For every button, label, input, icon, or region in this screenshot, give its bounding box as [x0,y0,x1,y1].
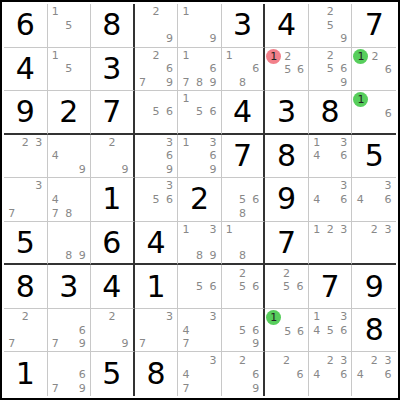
candidate-slot-8 [193,337,207,351]
candidate-digit: 2 [327,224,334,235]
cell-r6c3[interactable]: 6 [91,222,135,266]
candidate-slot-6 [337,19,351,33]
candidate-digit: 8 [65,250,72,261]
cell-r8c1[interactable]: 27 [4,309,48,353]
cell-r4c7[interactable]: 8 [265,135,309,179]
cell-r3c9[interactable]: 16 [352,91,396,135]
cell-r9c1[interactable]: 1 [4,352,48,396]
candidate-slot-2 [323,179,337,193]
cell-r6c7[interactable]: 7 [265,222,309,266]
candidate-slot-1 [92,310,105,324]
candidate-digit: 3 [385,180,392,191]
cell-r3c7[interactable]: 3 [265,91,309,135]
candidate-slot-6: 6 [206,280,220,294]
cell-r2c3[interactable]: 3 [91,48,135,92]
candidate-digit: 6 [210,63,217,74]
candidate-slot-2: 2 [323,5,337,19]
candidate-slot-7: 7 [5,206,19,220]
cell-r3c8[interactable]: 8 [309,91,353,135]
candidate-slot-2: 2 [105,310,118,324]
candidate-slot-8 [105,337,118,351]
candidate-digit: 4 [52,150,59,161]
candidate-digit: 4 [313,369,320,380]
candidate-digit: 6 [340,63,347,74]
cell-r4c3[interactable]: 29 [91,135,135,179]
candidate-digit: 7 [8,338,15,349]
candidate-digit: 2 [22,137,29,148]
candidate-slot-4 [223,236,236,249]
candidate-slot-2: 2 [19,136,33,150]
candidate-digit: 9 [79,164,86,175]
solved-digit: 4 [277,10,296,40]
candidates-grid: 256 [265,265,308,308]
cell-r9c2[interactable]: 679 [48,352,92,396]
cell-r6c4[interactable]: 4 [135,222,179,266]
cell-r6c6[interactable]: 18 [222,222,266,266]
cell-r8c6[interactable]: 569 [222,309,266,353]
candidate-slot-4: 4 [310,149,324,163]
candidate-slot-9 [163,206,177,220]
candidate-slot-1: 1 [310,223,324,236]
candidate-slot-9 [337,206,351,220]
cell-r5c5[interactable]: 2 [178,178,222,222]
candidate-slot-2 [149,179,163,193]
candidate-digit: 4 [313,150,320,161]
candidate-digit: 4 [182,325,189,336]
candidate-slot-7 [223,249,236,262]
cell-r5c1[interactable]: 37 [4,178,48,222]
cell-r1c6[interactable]: 3 [222,4,266,48]
candidate-digit: 3 [340,224,347,235]
candidates-grid: 2679 [135,48,178,91]
candidate-slot-4 [179,62,193,76]
candidate-slot-7 [49,163,63,177]
candidate-slot-3 [118,136,131,150]
candidate-slot-7 [353,119,368,131]
candidate-slot-2 [62,223,76,236]
candidate-slot-9: 9 [337,32,351,46]
cell-r4c9[interactable]: 5 [352,135,396,179]
candidate-slot-3 [76,136,90,150]
candidate-slot-3 [382,49,395,64]
candidate-slot-8 [149,163,163,177]
cell-r7c8[interactable]: 7 [309,265,353,309]
solved-digit: 7 [102,97,121,127]
candidate-slot-4 [5,323,19,337]
candidate-slot-1 [310,5,324,19]
candidate-slot-2: 2 [367,353,381,367]
candidate-slot-3: 3 [163,179,177,193]
candidate-slot-4: 4 [310,323,324,337]
solved-digit: 8 [365,315,384,345]
candidate-slot-5 [193,236,207,249]
candidate-digit: 2 [371,355,378,366]
candidate-digit: 5 [284,64,291,75]
cell-r8c2[interactable]: 679 [48,309,92,353]
candidates-grid: 56 [135,91,178,133]
cell-r6c1[interactable]: 5 [4,222,48,266]
candidate-digit: 5 [196,281,203,292]
candidate-digit: 4 [313,194,320,205]
candidate-slot-9 [249,76,262,90]
candidate-digit: 7 [139,77,146,88]
solved-digit: 5 [16,228,35,258]
candidate-slot-9 [32,206,46,220]
candidate-digit: 5 [239,281,246,292]
candidate-slot-2 [193,353,207,367]
candidate-slot-3 [76,223,90,236]
candidate-slot-3 [293,353,307,367]
cell-r3c6[interactable]: 4 [222,91,266,135]
cell-r2c8[interactable]: 2569 [309,48,353,92]
candidate-digit: 3 [385,355,392,366]
candidate-slot-6: 6 [206,62,220,76]
candidate-slot-6: 6 [206,149,220,163]
cell-r6c9[interactable]: 23 [352,222,396,266]
cell-r2c4[interactable]: 2679 [135,48,179,92]
cell-r6c2[interactable]: 89 [48,222,92,266]
cell-r1c9[interactable]: 7 [352,4,396,48]
cell-r5c7[interactable]: 9 [265,178,309,222]
candidate-digit: 6 [297,326,304,337]
cell-r3c3[interactable]: 7 [91,91,135,135]
candidate-slot-2 [193,136,207,150]
candidate-slot-3: 3 [206,223,220,236]
candidates-grid: 16 [352,91,396,133]
cell-r6c5[interactable]: 1389 [178,222,222,266]
candidate-slot-8: 8 [236,249,249,262]
candidate-slot-9: 9 [206,163,220,177]
candidate-slot-9: 9 [163,76,177,90]
solved-digit: 1 [16,359,35,389]
candidate-digit: 9 [210,77,217,88]
candidate-slot-4 [179,105,193,118]
candidate-digit: 6 [385,194,392,205]
candidate-slot-6: 6 [249,193,262,207]
candidate-slot-8: 8 [236,206,249,220]
candidate-slot-6 [76,193,90,207]
candidate-slot-4 [136,193,150,207]
candidates-grid: 37 [4,178,47,221]
candidate-slot-1: 1 [179,92,193,105]
candidate-slot-8 [193,293,207,307]
candidate-slot-6 [76,62,90,76]
candidate-slot-2: 2 [105,136,118,150]
candidate-slot-7: 7 [49,381,63,395]
candidate-slot-4 [353,107,368,119]
candidate-slot-4 [310,19,324,33]
candidate-slot-6: 6 [382,107,395,119]
candidate-slot-3: 3 [206,136,220,150]
candidate-slot-4: 4 [310,193,324,207]
candidate-slot-6: 6 [249,62,262,76]
cell-r5c6[interactable]: 568 [222,178,266,222]
candidate-digit: 9 [122,338,129,349]
candidate-slot-5 [323,193,337,207]
cell-r4c6[interactable]: 7 [222,135,266,179]
candidate-slot-8 [280,381,294,395]
cell-r9c6[interactable]: 269 [222,352,266,396]
cell-r8c8[interactable]: 13456 [309,309,353,353]
candidate-slot-5 [19,323,33,337]
candidate-slot-5 [236,367,249,381]
cell-r5c2[interactable]: 478 [48,178,92,222]
cell-r8c5[interactable]: 347 [178,309,222,353]
solved-digit: 7 [277,228,296,258]
candidate-slot-3 [206,92,220,105]
candidate-slot-4 [223,193,236,207]
candidate-digit: 5 [152,106,159,117]
candidates-grid: 23 [4,135,47,178]
candidate-digit: 9 [166,77,173,88]
candidate-slot-2: 2 [368,49,381,64]
candidate-digit: 6 [252,63,259,74]
cell-r3c2[interactable]: 2 [48,91,92,135]
cell-r8c7[interactable]: 156 [265,309,309,353]
cell-r4c1[interactable]: 23 [4,135,48,179]
candidate-slot-7: 7 [136,76,150,90]
candidate-digit: 8 [196,77,203,88]
candidate-digit: 6 [340,369,347,380]
candidates-grid: 679 [48,352,91,396]
candidate-digit: 1 [182,50,189,61]
candidate-digit: 5 [284,326,291,337]
cell-r7c3[interactable]: 4 [91,265,135,309]
candidate-slot-9: 9 [118,163,131,177]
cell-r4c8[interactable]: 1346 [309,135,353,179]
candidate-slot-1: 1 [223,223,236,236]
candidate-slot-7 [310,206,324,220]
cell-r4c5[interactable]: 1369 [178,135,222,179]
candidate-slot-4 [223,280,236,294]
solved-digit: 4 [16,54,35,84]
candidate-slot-6: 6 [249,280,262,294]
cell-r9c9[interactable]: 2346 [352,352,396,396]
candidate-slot-9 [32,163,46,177]
candidate-slot-2: 2 [236,353,249,367]
candidate-slot-4 [223,62,236,76]
candidate-slot-8 [323,381,337,395]
cell-r6c8[interactable]: 123 [309,222,353,266]
cell-r7c4[interactable]: 1 [135,265,179,309]
candidate-slot-7 [310,163,324,177]
candidate-slot-2 [193,310,207,324]
candidate-slot-8 [149,206,163,220]
cell-r2c7[interactable]: 1256 [265,48,309,92]
candidates-grid: 15 [48,48,91,91]
cell-r5c9[interactable]: 346 [352,178,396,222]
candidate-slot-1 [310,353,324,367]
cell-r7c1[interactable]: 8 [4,265,48,309]
candidate-slot-4 [92,149,105,163]
candidate-slot-8: 8 [62,206,76,220]
cell-r7c5[interactable]: 56 [178,265,222,309]
candidate-slot-6: 6 [293,280,307,294]
candidate-slot-9: 9 [206,249,220,262]
candidate-digit: 1 [182,93,189,104]
cell-r3c4[interactable]: 56 [135,91,179,135]
candidate-digit: 9 [340,77,347,88]
cell-r5c8[interactable]: 346 [309,178,353,222]
cell-r2c5[interactable]: 16789 [178,48,222,92]
candidate-digit: 5 [239,325,246,336]
cell-r7c7[interactable]: 256 [265,265,309,309]
candidate-slot-3 [249,49,262,63]
candidate-slot-8 [367,381,381,395]
candidate-slot-6: 6 [163,193,177,207]
candidate-slot-9: 9 [163,163,177,177]
candidate-slot-9 [382,76,395,89]
cell-r4c2[interactable]: 49 [48,135,92,179]
candidate-digit: 6 [340,325,347,336]
candidate-digit: 7 [182,338,189,349]
solved-digit: 7 [321,272,340,302]
candidate-slot-8 [193,118,207,131]
candidate-slot-3 [206,49,220,63]
candidate-slot-3 [382,92,395,107]
candidate-slot-7: 7 [136,337,150,351]
cell-r2c6[interactable]: 168 [222,48,266,92]
candidates-grid: 126 [352,48,396,91]
cell-r1c7[interactable]: 4 [265,4,309,48]
cell-r7c9[interactable]: 9 [352,265,396,309]
candidate-slot-2: 2 [280,353,294,367]
candidate-slot-7 [353,206,367,220]
solved-digit: 3 [233,10,252,40]
candidate-slot-5: 5 [236,193,249,207]
candidate-digit: 3 [340,137,347,148]
cell-r5c3[interactable]: 1 [91,178,135,222]
candidate-digit: 6 [252,194,259,205]
candidate-slot-6: 6 [163,105,177,118]
candidate-digit: 5 [196,106,203,117]
cell-r1c8[interactable]: 259 [309,4,353,48]
cell-r7c6[interactable]: 256 [222,265,266,309]
candidate-slot-9 [381,381,395,395]
candidate-slot-2 [193,92,207,105]
cell-r9c8[interactable]: 2346 [309,352,353,396]
candidate-slot-9: 9 [206,32,220,46]
cell-r2c9[interactable]: 126 [352,48,396,92]
cell-r1c3[interactable]: 8 [91,4,135,48]
candidate-slot-5 [149,62,163,76]
candidate-slot-6 [163,19,177,33]
candidate-slot-3 [76,49,90,63]
candidate-digit: 6 [166,63,173,74]
candidate-slot-2 [281,310,294,325]
candidate-slot-6 [118,323,131,337]
candidate-slot-4 [223,367,236,381]
solved-digit: 3 [277,97,296,127]
candidate-slot-7 [136,118,150,131]
cell-r9c5[interactable]: 347 [178,352,222,396]
cell-r1c5[interactable]: 19 [178,4,222,48]
candidate-slot-6: 6 [337,367,351,381]
cell-r8c4[interactable]: 37 [135,309,179,353]
cell-r8c9[interactable]: 8 [352,309,396,353]
candidate-slot-6: 6 [381,367,395,381]
candidate-slot-6: 6 [76,323,90,337]
candidates-grid: 569 [222,309,264,352]
candidate-slot-2 [236,310,249,324]
candidate-slot-9: 9 [76,163,90,177]
candidate-digit: 6 [252,325,259,336]
candidate-digit: 3 [166,311,173,322]
candidate-slot-5 [323,149,337,163]
candidate-digit: 3 [210,137,217,148]
cell-r9c7[interactable]: 26 [265,352,309,396]
sudoku-board-frame: 6158291934259741532679167891681256256912… [0,0,400,400]
cell-r8c3[interactable]: 29 [91,309,135,353]
candidate-digit: 2 [372,51,379,62]
cell-r1c1[interactable]: 6 [4,4,48,48]
candidates-grid: 369 [135,135,178,178]
solved-digit: 3 [59,272,78,302]
candidate-slot-8 [19,337,33,351]
cell-r9c3[interactable]: 5 [91,352,135,396]
candidate-slot-3 [249,223,262,236]
cell-r9c4[interactable]: 8 [135,352,179,396]
solved-digit: 8 [277,141,296,171]
candidate-slot-9 [337,381,351,395]
candidate-slot-9: 9 [76,249,90,262]
solved-digit: 4 [233,97,252,127]
candidate-digit: 5 [239,194,246,205]
candidate-slot-4 [310,62,324,76]
cell-r3c1[interactable]: 9 [4,91,48,135]
candidate-slot-4 [266,280,280,294]
candidate-slot-8: 8 [236,76,249,90]
candidate-slot-8 [149,32,163,46]
candidate-slot-9 [163,337,177,351]
candidate-slot-2 [62,136,76,150]
cell-r3c5[interactable]: 156 [178,91,222,135]
candidate-slot-4 [49,236,63,249]
candidate-slot-9 [294,76,307,89]
cell-r7c2[interactable]: 3 [48,265,92,309]
candidate-slot-2: 2 [280,266,294,280]
candidate-slot-6 [249,236,262,249]
candidate-slot-9 [337,337,351,351]
cell-r1c2[interactable]: 15 [48,4,92,48]
cell-r1c4[interactable]: 29 [135,4,179,48]
cell-r2c1[interactable]: 4 [4,48,48,92]
candidate-slot-9 [337,163,351,177]
candidate-slot-2 [62,179,76,193]
candidate-slot-7 [136,32,150,46]
cell-r5c4[interactable]: 356 [135,178,179,222]
cell-r2c2[interactable]: 15 [48,48,92,92]
candidate-slot-5 [62,236,76,249]
candidate-slot-1: 1 [179,49,193,63]
candidate-slot-3: 3 [381,353,395,367]
candidate-slot-5 [368,64,381,77]
candidate-slot-7 [266,381,280,395]
candidate-slot-4 [92,323,105,337]
candidate-digit: 9 [210,250,217,261]
candidate-slot-7 [223,337,236,351]
candidate-slot-4 [49,323,63,337]
candidate-slot-6 [163,323,177,337]
candidate-slot-6 [76,19,90,33]
candidate-digit: 8 [239,208,246,219]
candidate-slot-8 [62,32,76,46]
candidate-slot-5: 5 [149,193,163,207]
candidate-slot-5: 5 [323,323,337,337]
cell-r4c4[interactable]: 369 [135,135,179,179]
candidate-slot-6: 6 [337,193,351,207]
candidates-grid: 26 [265,352,308,396]
